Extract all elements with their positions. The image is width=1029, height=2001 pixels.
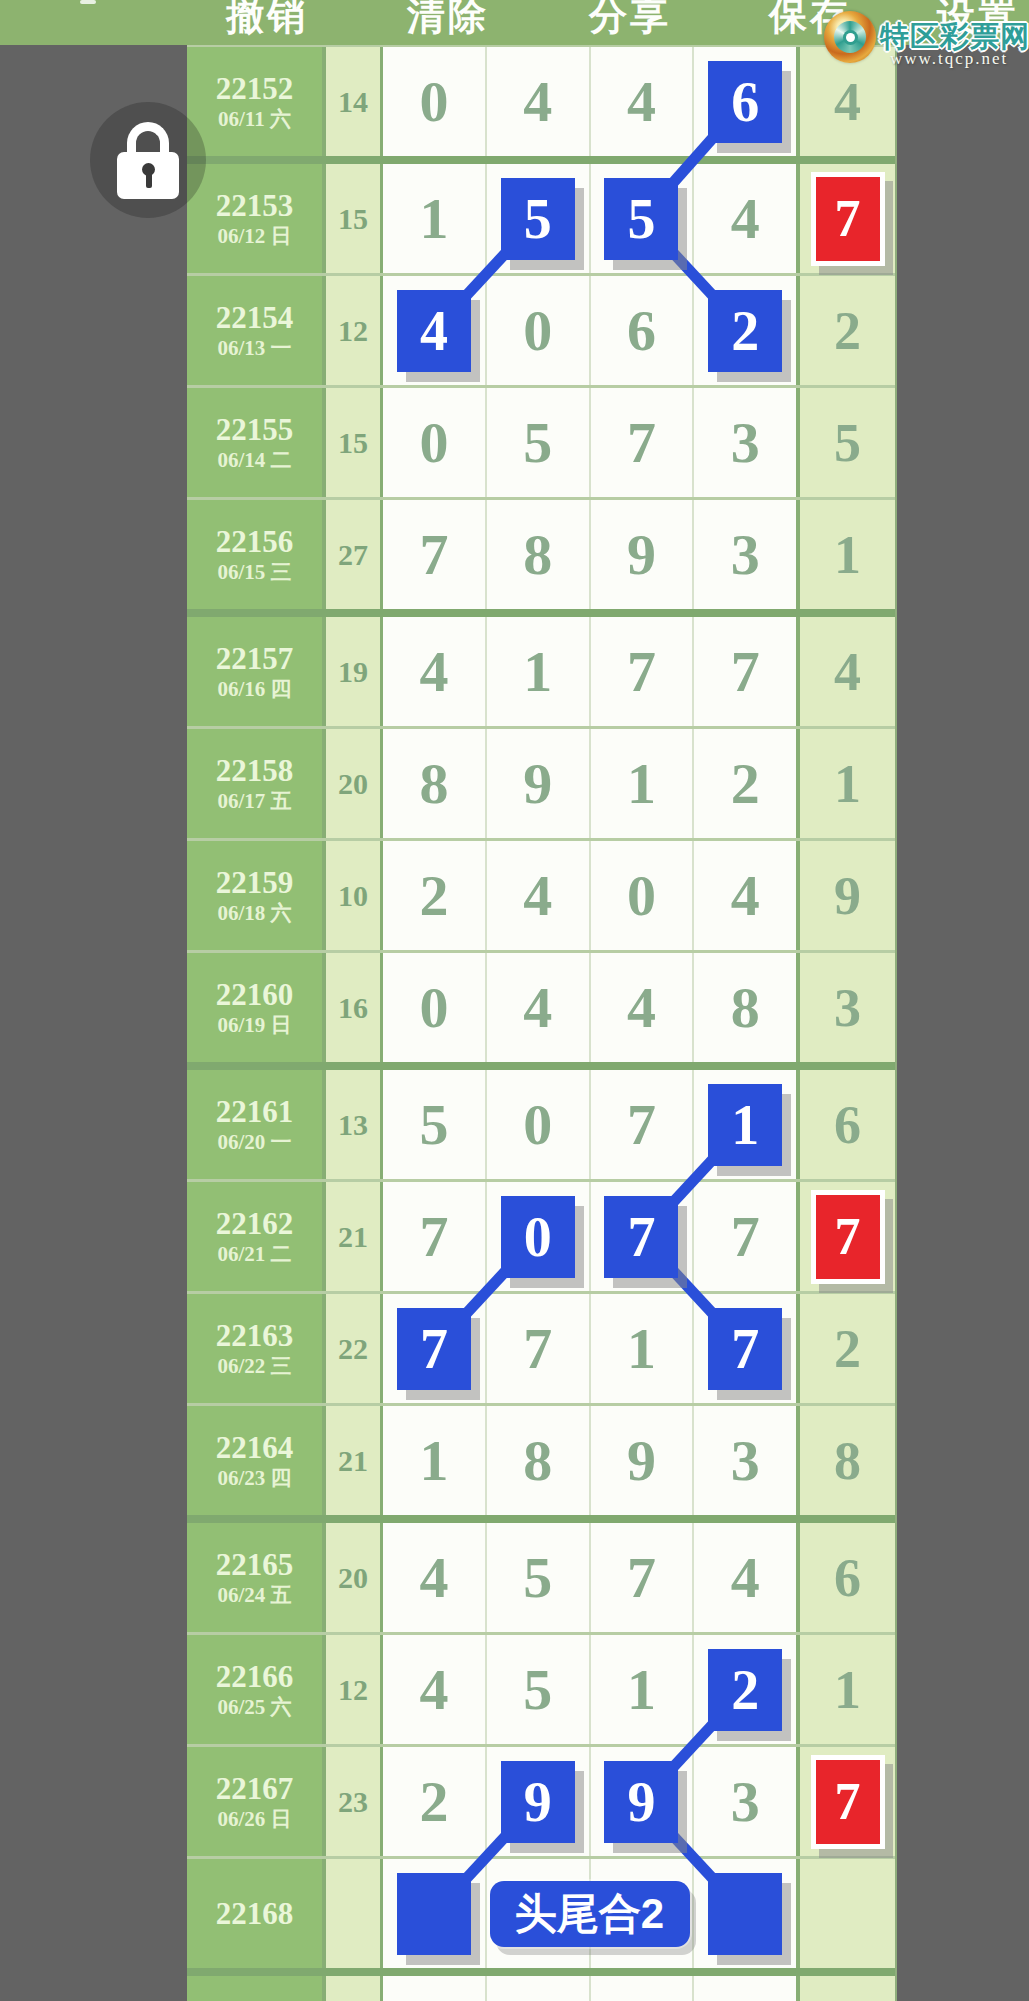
period-number: 22155 <box>216 413 294 447</box>
digit-cell[interactable]: 4 <box>383 617 485 726</box>
digit-cell[interactable]: 4 <box>383 1635 485 1744</box>
digit-cell[interactable] <box>383 1976 485 2001</box>
sum-cell: 10 <box>326 841 380 950</box>
tail-cell[interactable] <box>800 1747 895 1856</box>
period-number: 22162 <box>216 1207 294 1241</box>
sum-cell: 19 <box>326 617 380 726</box>
digit-cell[interactable]: 3 <box>694 1406 796 1515</box>
draw-date: 06/11 六 <box>218 106 291 132</box>
period-number: 22156 <box>216 525 294 559</box>
digit-cell[interactable]: 0 <box>383 953 485 1062</box>
chart-row: 22159 06/18 六 10 2 4 0 4 9 <box>187 841 895 950</box>
tail-cell[interactable]: 3 <box>800 953 895 1062</box>
digit-cell[interactable] <box>591 1747 693 1856</box>
week-separator <box>187 609 895 617</box>
digit-cell[interactable]: 7 <box>383 500 485 609</box>
chart-row <box>187 1976 895 2001</box>
sum-cell: 14 <box>326 47 380 156</box>
chart-row: 22161 06/20 一 13 5 0 7 6 <box>187 1070 895 1179</box>
digit-cell[interactable]: 1 <box>591 1635 693 1744</box>
sum-cell: 15 <box>326 388 380 497</box>
tail-cell[interactable]: 1 <box>800 729 895 838</box>
digit-cell[interactable]: 4 <box>383 1523 485 1632</box>
digit-cell[interactable] <box>694 1294 796 1403</box>
chart-row: 22166 06/25 六 12 4 5 1 1 <box>187 1635 895 1744</box>
period-cell: 22164 06/23 四 <box>187 1406 322 1515</box>
period-cell <box>187 1976 322 2001</box>
digit-cell[interactable]: 5 <box>487 1523 589 1632</box>
sum-cell: 23 <box>326 1747 380 1856</box>
digit-cell[interactable]: 4 <box>591 47 693 156</box>
draw-date: 06/18 六 <box>217 900 291 926</box>
digit-cell[interactable] <box>487 1747 589 1856</box>
digit-cell[interactable] <box>487 1976 589 2001</box>
digit-cell[interactable]: 3 <box>694 388 796 497</box>
digit-cell[interactable]: 0 <box>383 388 485 497</box>
digit-cell[interactable]: 8 <box>487 1406 589 1515</box>
app-screen: 撤销 清除 分享 保存 设置 特区彩票网 www.tqcp.net 22152 … <box>0 0 1029 2001</box>
period-number: 22168 <box>216 1897 294 1931</box>
tail-cell[interactable] <box>800 1182 895 1291</box>
tail-cell[interactable] <box>800 1976 895 2001</box>
share-button[interactable]: 分享 <box>589 0 671 42</box>
digit-cell[interactable]: 3 <box>694 500 796 609</box>
tail-cell[interactable]: 2 <box>800 1294 895 1403</box>
digit-cells: 0 6 <box>383 276 796 385</box>
sum-cell <box>326 1976 380 2001</box>
period-cell: 22168 <box>187 1859 322 1968</box>
digit-cells: 7 7 <box>383 1182 796 1291</box>
week-separator <box>187 1062 895 1070</box>
digit-cell[interactable]: 8 <box>487 500 589 609</box>
draw-date: 06/19 日 <box>217 1012 291 1038</box>
sum-cell: 20 <box>326 729 380 838</box>
digit-cell[interactable]: 5 <box>383 1070 485 1179</box>
digit-cell[interactable]: 4 <box>487 841 589 950</box>
sum-cell: 13 <box>326 1070 380 1179</box>
digit-cell[interactable]: 4 <box>487 47 589 156</box>
digit-cell[interactable] <box>591 164 693 273</box>
tail-cell[interactable]: 6 <box>800 1070 895 1179</box>
undo-button[interactable]: 撤销 <box>226 0 308 42</box>
digit-cell[interactable]: 7 <box>591 617 693 726</box>
period-cell: 22155 06/14 二 <box>187 388 322 497</box>
period-number: 22153 <box>216 189 294 223</box>
digit-cell[interactable] <box>487 1182 589 1291</box>
draw-date: 06/26 日 <box>217 1806 291 1832</box>
chart-row: 22158 06/17 五 20 8 9 1 2 1 <box>187 729 895 838</box>
tail-cell[interactable]: 1 <box>800 1635 895 1744</box>
draw-date: 06/24 五 <box>217 1582 291 1608</box>
chart-row: 22160 06/19 日 16 0 4 4 8 3 <box>187 953 895 1062</box>
trend-chart-table: 22152 06/11 六 14 0 4 4 4 22153 06/12 日 1… <box>187 45 897 2001</box>
period-number: 22167 <box>216 1772 294 1806</box>
sum-cell: 21 <box>326 1406 380 1515</box>
digit-cells: 4 1 7 7 <box>383 617 796 726</box>
week-separator <box>187 1515 895 1523</box>
digit-cells: 4 5 7 4 <box>383 1523 796 1632</box>
digit-cell[interactable] <box>591 1859 693 1968</box>
digit-cell[interactable] <box>694 276 796 385</box>
period-cell: 22166 06/25 六 <box>187 1635 322 1744</box>
digit-cell[interactable]: 4 <box>694 164 796 273</box>
lock-button[interactable] <box>90 102 206 218</box>
sum-cell: 12 <box>326 1635 380 1744</box>
period-cell: 22153 06/12 日 <box>187 164 322 273</box>
digit-cells: 1 8 9 3 <box>383 1406 796 1515</box>
period-cell: 22167 06/26 日 <box>187 1747 322 1856</box>
tail-cell[interactable]: 1 <box>800 500 895 609</box>
period-number: 22164 <box>216 1431 294 1465</box>
chart-row: 22154 06/13 一 12 0 6 2 <box>187 276 895 385</box>
digit-cell[interactable]: 7 <box>487 1294 589 1403</box>
digit-cell[interactable]: 8 <box>694 953 796 1062</box>
week-separator <box>187 1968 895 1976</box>
digit-cell[interactable] <box>694 1976 796 2001</box>
tail-cell[interactable]: 8 <box>800 1406 895 1515</box>
period-cell: 22152 06/11 六 <box>187 47 322 156</box>
digit-cell[interactable]: 5 <box>487 388 589 497</box>
digit-cell[interactable]: 4 <box>487 953 589 1062</box>
digit-cell[interactable]: 6 <box>591 276 693 385</box>
digit-cells: 1 4 <box>383 164 796 273</box>
tail-cell[interactable] <box>800 1859 895 1968</box>
digit-cell[interactable]: 9 <box>591 500 693 609</box>
digit-cells: 0 4 4 <box>383 47 796 156</box>
digit-cells <box>383 1859 796 1968</box>
period-cell: 22160 06/19 日 <box>187 953 322 1062</box>
digit-cell[interactable] <box>383 1294 485 1403</box>
digit-cell[interactable] <box>383 1859 485 1968</box>
digit-cell[interactable] <box>487 1859 589 1968</box>
chart-row: 22164 06/23 四 21 1 8 9 3 8 <box>187 1406 895 1515</box>
digit-cell[interactable]: 1 <box>591 1294 693 1403</box>
digit-cell[interactable]: 3 <box>694 1747 796 1856</box>
digit-cells: 5 0 7 <box>383 1070 796 1179</box>
draw-date: 06/16 四 <box>217 676 291 702</box>
digit-cell[interactable]: 5 <box>487 1635 589 1744</box>
sum-cell: 16 <box>326 953 380 1062</box>
period-number: 22154 <box>216 301 294 335</box>
draw-date: 06/12 日 <box>217 223 291 249</box>
digit-cell[interactable] <box>694 1859 796 1968</box>
digit-cells: 8 9 1 2 <box>383 729 796 838</box>
digit-cell[interactable]: 7 <box>694 617 796 726</box>
draw-date: 06/21 二 <box>217 1241 291 1267</box>
draw-date: 06/17 五 <box>217 788 291 814</box>
draw-date: 06/22 三 <box>217 1353 291 1379</box>
period-cell: 22162 06/21 二 <box>187 1182 322 1291</box>
sum-cell: 27 <box>326 500 380 609</box>
digit-cells: 2 3 <box>383 1747 796 1856</box>
sum-cell <box>326 1859 380 1968</box>
digit-cell[interactable]: 0 <box>487 276 589 385</box>
period-cell: 22165 06/24 五 <box>187 1523 322 1632</box>
period-cell: 22163 06/22 三 <box>187 1294 322 1403</box>
chart-row: 22156 06/15 三 27 7 8 9 3 1 <box>187 500 895 609</box>
digit-cell[interactable]: 2 <box>383 841 485 950</box>
digit-cell[interactable]: 1 <box>383 1406 485 1515</box>
digit-cell[interactable]: 0 <box>383 47 485 156</box>
digit-cells <box>383 1976 796 2001</box>
draw-date: 06/13 一 <box>217 335 291 361</box>
digit-cell[interactable]: 0 <box>487 1070 589 1179</box>
digit-cell[interactable]: 7 <box>591 1523 693 1632</box>
tail-cell[interactable]: 6 <box>800 1523 895 1632</box>
digit-cell[interactable]: 4 <box>694 1523 796 1632</box>
tail-cell[interactable] <box>800 164 895 273</box>
period-cell: 22154 06/13 一 <box>187 276 322 385</box>
digit-cell[interactable] <box>694 47 796 156</box>
chart-row: 22162 06/21 二 21 7 7 <box>187 1182 895 1291</box>
digit-cell[interactable]: 1 <box>487 617 589 726</box>
period-cell: 22157 06/16 四 <box>187 617 322 726</box>
sum-cell: 20 <box>326 1523 380 1632</box>
digit-cell[interactable] <box>591 1976 693 2001</box>
period-cell: 22156 06/15 三 <box>187 500 322 609</box>
digit-cell[interactable] <box>487 164 589 273</box>
digit-cell[interactable]: 2 <box>383 1747 485 1856</box>
period-number: 22163 <box>216 1319 294 1353</box>
chart-row: 22168 <box>187 1859 895 1968</box>
week-separator <box>187 156 895 164</box>
digit-cells: 0 5 7 3 <box>383 388 796 497</box>
period-number: 22160 <box>216 978 294 1012</box>
draw-date: 06/20 一 <box>217 1129 291 1155</box>
tail-cell[interactable]: 5 <box>800 388 895 497</box>
digit-cell[interactable]: 1 <box>383 164 485 273</box>
chart-row: 22167 06/26 日 23 2 3 <box>187 1747 895 1856</box>
period-cell: 22161 06/20 一 <box>187 1070 322 1179</box>
period-cell: 22158 06/17 五 <box>187 729 322 838</box>
tail-cell[interactable]: 9 <box>800 841 895 950</box>
digit-cells: 4 5 1 <box>383 1635 796 1744</box>
digit-cells: 2 4 0 4 <box>383 841 796 950</box>
digit-cell[interactable]: 7 <box>591 388 693 497</box>
period-cell: 22159 06/18 六 <box>187 841 322 950</box>
digit-cell[interactable]: 7 <box>383 1182 485 1291</box>
digit-cell[interactable]: 4 <box>591 953 693 1062</box>
period-number: 22152 <box>216 72 294 106</box>
digit-cell[interactable]: 8 <box>383 729 485 838</box>
sum-cell: 22 <box>326 1294 380 1403</box>
digit-cell[interactable]: 7 <box>591 1070 693 1179</box>
period-number: 22165 <box>216 1548 294 1582</box>
digit-cell[interactable] <box>383 276 485 385</box>
digit-cell[interactable]: 1 <box>591 729 693 838</box>
draw-date: 06/25 六 <box>217 1694 291 1720</box>
clear-button[interactable]: 清除 <box>407 0 489 42</box>
chart-row: 22157 06/16 四 19 4 1 7 7 4 <box>187 617 895 726</box>
digit-cells: 7 8 9 3 <box>383 500 796 609</box>
sum-cell: 12 <box>326 276 380 385</box>
digit-cell[interactable]: 7 <box>694 1182 796 1291</box>
digit-cell[interactable] <box>694 1070 796 1179</box>
sum-cell: 15 <box>326 164 380 273</box>
tail-cell[interactable]: 2 <box>800 276 895 385</box>
digit-cell[interactable]: 4 <box>694 841 796 950</box>
sum-cell: 21 <box>326 1182 380 1291</box>
digit-cell[interactable]: 2 <box>694 729 796 838</box>
site-logo: 特区彩票网 www.tqcp.net <box>818 8 1028 66</box>
period-number: 22166 <box>216 1660 294 1694</box>
period-number: 22159 <box>216 866 294 900</box>
chart-row: 22165 06/24 五 20 4 5 7 4 6 <box>187 1523 895 1632</box>
chart-row: 22153 06/12 日 15 1 4 <box>187 164 895 273</box>
digit-cell[interactable] <box>694 1635 796 1744</box>
chart-row: 22163 06/22 三 22 7 1 2 <box>187 1294 895 1403</box>
period-number: 22161 <box>216 1095 294 1129</box>
logo-swirl-icon <box>824 11 876 63</box>
period-number: 22157 <box>216 642 294 676</box>
digit-cell[interactable] <box>591 1182 693 1291</box>
period-number: 22158 <box>216 754 294 788</box>
tail-cell[interactable]: 4 <box>800 617 895 726</box>
digit-cell[interactable]: 9 <box>487 729 589 838</box>
digit-cell[interactable]: 0 <box>591 841 693 950</box>
draw-date: 06/15 三 <box>217 559 291 585</box>
digit-cell[interactable]: 9 <box>591 1406 693 1515</box>
chart-row: 22155 06/14 二 15 0 5 7 3 5 <box>187 388 895 497</box>
chart-row: 22152 06/11 六 14 0 4 4 4 <box>187 47 895 156</box>
draw-date: 06/23 四 <box>217 1465 291 1491</box>
logo-url: www.tqcp.net <box>890 49 1008 69</box>
clipped-glyph-fragment <box>80 0 96 4</box>
digit-cells: 7 1 <box>383 1294 796 1403</box>
digit-cells: 0 4 4 8 <box>383 953 796 1062</box>
draw-date: 06/14 二 <box>217 447 291 473</box>
